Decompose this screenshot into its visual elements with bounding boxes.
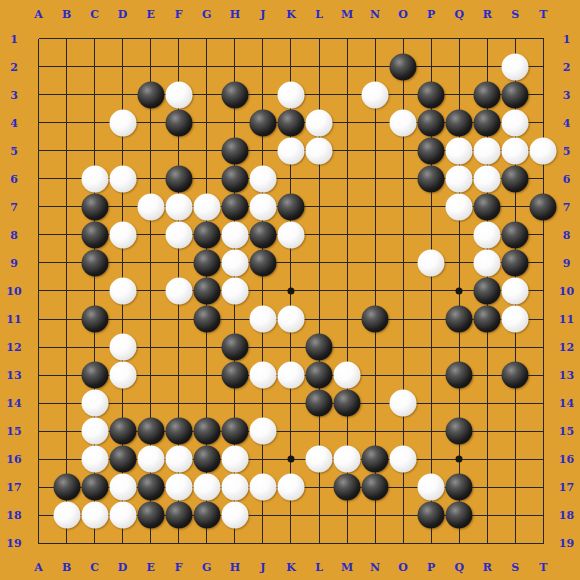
row-label-right: 9 (563, 257, 571, 268)
column-label-bottom: M (341, 561, 353, 572)
black-stone (193, 249, 220, 276)
white-stone (81, 446, 108, 473)
white-stone (502, 277, 529, 304)
black-stone (165, 109, 192, 136)
white-stone (474, 137, 501, 164)
black-stone (502, 221, 529, 248)
row-label-right: 16 (559, 454, 574, 465)
column-label-bottom: C (90, 561, 99, 572)
row-label-right: 13 (559, 370, 574, 381)
white-stone (249, 193, 276, 220)
row-label-right: 4 (563, 117, 571, 128)
black-stone (418, 502, 445, 529)
row-label-right: 7 (563, 201, 571, 212)
row-label-left: 8 (10, 229, 18, 240)
column-label-bottom: K (286, 561, 296, 572)
white-stone (137, 193, 164, 220)
white-stone (277, 81, 304, 108)
black-stone (418, 81, 445, 108)
black-stone (502, 165, 529, 192)
black-stone (306, 362, 333, 389)
black-stone (193, 277, 220, 304)
black-stone (446, 474, 473, 501)
black-stone (109, 418, 136, 445)
white-stone (334, 362, 361, 389)
white-stone (277, 362, 304, 389)
white-stone (109, 109, 136, 136)
row-label-right: 10 (559, 285, 574, 296)
white-stone (249, 362, 276, 389)
white-stone (109, 502, 136, 529)
black-stone (249, 221, 276, 248)
column-label-top: J (260, 9, 265, 20)
row-label-left: 11 (6, 314, 21, 325)
white-stone (249, 418, 276, 445)
white-stone (474, 249, 501, 276)
grid-line-horizontal (39, 262, 545, 263)
row-label-left: 3 (10, 89, 18, 100)
white-stone (474, 165, 501, 192)
black-stone (81, 193, 108, 220)
black-stone (193, 418, 220, 445)
black-stone (306, 390, 333, 417)
grid-line-horizontal (39, 66, 545, 67)
row-label-left: 14 (6, 398, 21, 409)
white-stone (277, 474, 304, 501)
white-stone (530, 137, 557, 164)
black-stone (249, 109, 276, 136)
column-label-bottom: F (175, 561, 183, 572)
white-stone (249, 165, 276, 192)
column-label-top: L (315, 9, 323, 20)
black-stone (137, 474, 164, 501)
column-label-top: O (398, 9, 408, 20)
black-stone (277, 193, 304, 220)
row-label-left: 10 (6, 285, 21, 296)
white-stone (362, 81, 389, 108)
column-label-bottom: L (315, 561, 323, 572)
grid-line-vertical (543, 39, 544, 545)
black-stone (418, 165, 445, 192)
column-label-bottom: S (511, 561, 519, 572)
row-label-left: 7 (10, 201, 18, 212)
black-stone (446, 362, 473, 389)
black-stone (165, 502, 192, 529)
white-stone (306, 109, 333, 136)
row-label-right: 8 (563, 229, 571, 240)
black-stone (446, 502, 473, 529)
row-label-left: 4 (10, 117, 18, 128)
white-stone (193, 193, 220, 220)
column-label-bottom: P (427, 561, 435, 572)
row-label-right: 3 (563, 89, 571, 100)
black-stone (193, 502, 220, 529)
black-stone (334, 390, 361, 417)
star-point (287, 456, 294, 463)
column-label-bottom: Q (454, 561, 464, 572)
black-stone (53, 474, 80, 501)
white-stone (109, 165, 136, 192)
white-stone (277, 221, 304, 248)
black-stone (137, 502, 164, 529)
row-label-right: 6 (563, 173, 571, 184)
black-stone (362, 306, 389, 333)
black-stone (249, 249, 276, 276)
black-stone (502, 249, 529, 276)
column-label-top: Q (454, 9, 464, 20)
column-label-top: G (202, 9, 211, 20)
row-label-left: 16 (6, 454, 21, 465)
grid-line-horizontal (39, 403, 545, 404)
column-label-bottom: R (483, 561, 492, 572)
column-label-top: A (34, 9, 43, 20)
row-label-right: 18 (559, 510, 574, 521)
row-label-left: 13 (6, 370, 21, 381)
white-stone (137, 446, 164, 473)
white-stone (249, 306, 276, 333)
white-stone (165, 474, 192, 501)
black-stone (446, 109, 473, 136)
black-stone (530, 193, 557, 220)
white-stone (418, 474, 445, 501)
go-board[interactable]: AABBCCDDEEFFGGHHJJKKLLMMNNOOPPQQRRSSTT11… (0, 0, 580, 580)
black-stone (221, 362, 248, 389)
white-stone (165, 446, 192, 473)
go-app-window: AABBCCDDEEFFGGHHJJKKLLMMNNOOPPQQRRSSTT11… (0, 0, 580, 580)
black-stone (81, 362, 108, 389)
white-stone (81, 165, 108, 192)
black-stone (418, 137, 445, 164)
white-stone (221, 446, 248, 473)
white-stone (221, 221, 248, 248)
column-label-bottom: G (202, 561, 211, 572)
row-label-left: 1 (10, 33, 18, 44)
star-point (287, 287, 294, 294)
black-stone (221, 334, 248, 361)
column-label-top: H (230, 9, 240, 20)
grid-line-vertical (38, 39, 39, 545)
column-label-top: E (146, 9, 154, 20)
black-stone (474, 193, 501, 220)
black-stone (81, 474, 108, 501)
column-label-top: P (427, 9, 435, 20)
black-stone (474, 81, 501, 108)
white-stone (221, 277, 248, 304)
white-stone (221, 474, 248, 501)
grid-line-horizontal (39, 543, 545, 544)
row-label-right: 19 (559, 538, 574, 549)
black-stone (81, 221, 108, 248)
white-stone (390, 109, 417, 136)
black-stone (193, 221, 220, 248)
grid-line-vertical (66, 39, 67, 545)
row-label-left: 12 (6, 342, 21, 353)
column-label-bottom: B (62, 561, 71, 572)
row-label-left: 6 (10, 173, 18, 184)
black-stone (81, 306, 108, 333)
column-label-bottom: A (34, 561, 43, 572)
white-stone (109, 277, 136, 304)
row-label-right: 14 (559, 398, 574, 409)
row-label-left: 15 (6, 426, 21, 437)
white-stone (165, 193, 192, 220)
white-stone (109, 221, 136, 248)
white-stone (418, 249, 445, 276)
white-stone (502, 53, 529, 80)
row-label-left: 19 (6, 538, 21, 549)
white-stone (277, 306, 304, 333)
white-stone (109, 362, 136, 389)
black-stone (221, 193, 248, 220)
column-label-bottom: E (146, 561, 154, 572)
column-label-top: N (370, 9, 380, 20)
star-point (456, 456, 463, 463)
black-stone (221, 137, 248, 164)
row-label-right: 2 (563, 61, 571, 72)
column-label-top: T (539, 9, 547, 20)
white-stone (249, 474, 276, 501)
white-stone (502, 137, 529, 164)
star-point (456, 287, 463, 294)
black-stone (193, 306, 220, 333)
white-stone (390, 446, 417, 473)
white-stone (53, 502, 80, 529)
black-stone (418, 109, 445, 136)
white-stone (474, 221, 501, 248)
black-stone (137, 81, 164, 108)
black-stone (221, 418, 248, 445)
black-stone (306, 334, 333, 361)
row-label-right: 5 (563, 145, 571, 156)
white-stone (446, 193, 473, 220)
black-stone (193, 446, 220, 473)
white-stone (165, 81, 192, 108)
black-stone (362, 474, 389, 501)
black-stone (474, 306, 501, 333)
white-stone (81, 390, 108, 417)
white-stone (81, 418, 108, 445)
white-stone (390, 390, 417, 417)
black-stone (221, 165, 248, 192)
column-label-bottom: J (260, 561, 265, 572)
row-label-right: 1 (563, 33, 571, 44)
black-stone (277, 109, 304, 136)
black-stone (165, 418, 192, 445)
black-stone (109, 446, 136, 473)
white-stone (165, 221, 192, 248)
black-stone (362, 446, 389, 473)
white-stone (334, 446, 361, 473)
white-stone (165, 277, 192, 304)
white-stone (221, 502, 248, 529)
black-stone (137, 418, 164, 445)
white-stone (193, 474, 220, 501)
black-stone (165, 165, 192, 192)
column-label-top: F (175, 9, 183, 20)
white-stone (81, 502, 108, 529)
grid-line-horizontal (39, 38, 545, 39)
white-stone (109, 474, 136, 501)
column-label-bottom: D (118, 561, 128, 572)
black-stone (334, 474, 361, 501)
column-label-bottom: O (398, 561, 408, 572)
black-stone (390, 53, 417, 80)
column-label-bottom: H (230, 561, 240, 572)
white-stone (446, 165, 473, 192)
black-stone (502, 81, 529, 108)
column-label-top: R (483, 9, 492, 20)
white-stone (446, 137, 473, 164)
row-label-left: 18 (6, 510, 21, 521)
black-stone (221, 81, 248, 108)
black-stone (474, 277, 501, 304)
black-stone (446, 306, 473, 333)
column-label-top: S (511, 9, 519, 20)
row-label-left: 17 (6, 482, 21, 493)
black-stone (474, 109, 501, 136)
white-stone (277, 137, 304, 164)
white-stone (306, 446, 333, 473)
black-stone (81, 249, 108, 276)
column-label-top: C (90, 9, 99, 20)
white-stone (109, 334, 136, 361)
white-stone (502, 306, 529, 333)
white-stone (306, 137, 333, 164)
white-stone (221, 249, 248, 276)
column-label-top: M (341, 9, 353, 20)
row-label-right: 12 (559, 342, 574, 353)
black-stone (502, 362, 529, 389)
white-stone (502, 109, 529, 136)
column-label-top: K (286, 9, 296, 20)
row-label-left: 2 (10, 61, 18, 72)
row-label-right: 15 (559, 426, 574, 437)
row-label-right: 11 (559, 314, 574, 325)
row-label-left: 9 (10, 257, 18, 268)
column-label-top: B (62, 9, 71, 20)
column-label-bottom: T (539, 561, 547, 572)
column-label-top: D (118, 9, 128, 20)
column-label-bottom: N (370, 561, 380, 572)
row-label-left: 5 (10, 145, 18, 156)
row-label-right: 17 (559, 482, 574, 493)
black-stone (446, 418, 473, 445)
